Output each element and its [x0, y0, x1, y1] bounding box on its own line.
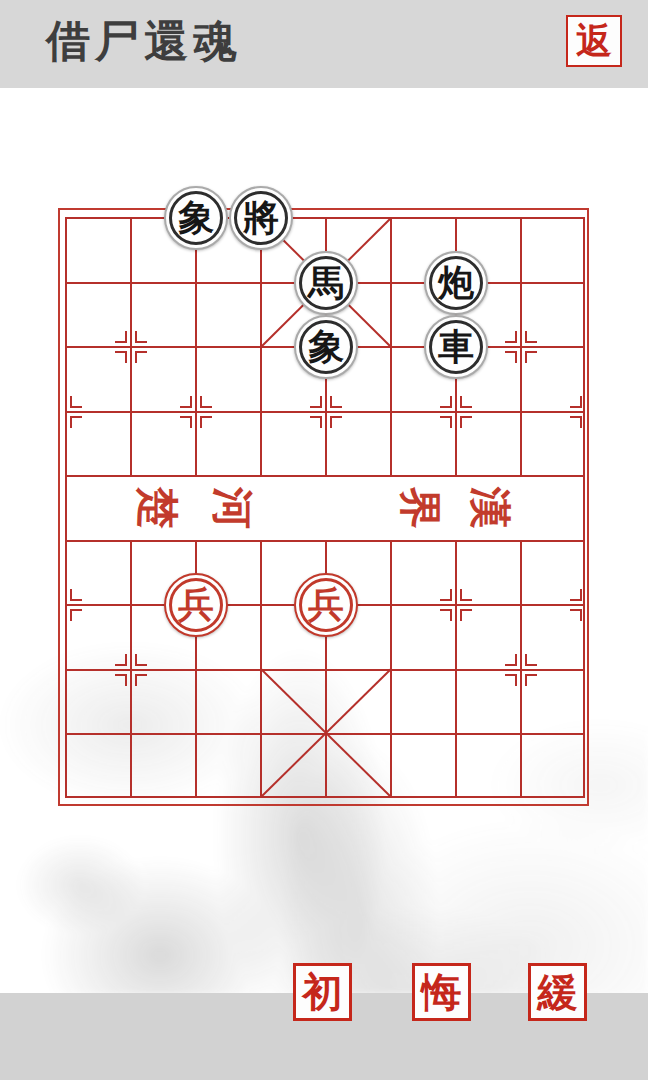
- board-cell: [65, 346, 130, 411]
- board-cell: [520, 669, 585, 734]
- board-cell: [65, 411, 130, 476]
- piece-character: 車: [438, 329, 474, 365]
- board-cell: [130, 282, 195, 347]
- board-cell: [520, 540, 585, 605]
- top-bar: 借尸還魂 返: [0, 0, 648, 88]
- board-cell: [390, 411, 455, 476]
- board-cell: [260, 411, 325, 476]
- board-cell: [65, 282, 130, 347]
- puzzle-title: 借尸還魂: [46, 12, 242, 72]
- board-cell: [195, 669, 260, 734]
- board-cell: [65, 475, 130, 540]
- piece-red-soldier[interactable]: 兵: [294, 573, 358, 637]
- board-cell: [390, 604, 455, 669]
- back-button[interactable]: 返: [566, 15, 622, 67]
- board-cell: [65, 669, 130, 734]
- piece-black-cannon[interactable]: 炮: [424, 251, 488, 315]
- board-cell: [520, 733, 585, 798]
- piece-black-elephant[interactable]: 象: [164, 186, 228, 250]
- piece-black-chariot[interactable]: 車: [424, 315, 488, 379]
- board-cell: [325, 475, 390, 540]
- board-cell: [390, 733, 455, 798]
- piece-character: 兵: [178, 587, 214, 623]
- piece-red-soldier[interactable]: 兵: [164, 573, 228, 637]
- board-cell: [520, 282, 585, 347]
- board-cell: [455, 540, 520, 605]
- board-cell: [455, 475, 520, 540]
- board-cell: [260, 669, 325, 734]
- piece-black-general[interactable]: 將: [229, 186, 293, 250]
- board-cell: [130, 733, 195, 798]
- board-cell: [325, 669, 390, 734]
- board-cell: [260, 733, 325, 798]
- board-cell: [520, 217, 585, 282]
- board-cell: [455, 604, 520, 669]
- board-cell: [65, 217, 130, 282]
- board-cell: [520, 346, 585, 411]
- piece-character: 將: [243, 200, 279, 236]
- piece-character: 馬: [308, 265, 344, 301]
- piece-black-elephant[interactable]: 象: [294, 315, 358, 379]
- board-cell: [130, 411, 195, 476]
- piece-character: 象: [308, 329, 344, 365]
- board-cell: [130, 346, 195, 411]
- board-cell: [520, 411, 585, 476]
- board-cell: [390, 669, 455, 734]
- board-cell: [390, 475, 455, 540]
- board-cell: [130, 475, 195, 540]
- piece-black-horse[interactable]: 馬: [294, 251, 358, 315]
- board-cell: [455, 733, 520, 798]
- board-cell: [65, 604, 130, 669]
- board-cell: [520, 604, 585, 669]
- piece-character: 象: [178, 200, 214, 236]
- board-cell: [260, 475, 325, 540]
- board-cell: [195, 475, 260, 540]
- restart-button[interactable]: 初: [293, 963, 352, 1021]
- board-cell: [455, 669, 520, 734]
- board-cell: [195, 733, 260, 798]
- piece-character: 炮: [438, 265, 474, 301]
- piece-character: 兵: [308, 587, 344, 623]
- board-cell: [130, 669, 195, 734]
- board-cell: [390, 540, 455, 605]
- board-cell: [325, 411, 390, 476]
- board-cell: [65, 733, 130, 798]
- board-cell: [325, 733, 390, 798]
- board-cell: [195, 346, 260, 411]
- board-cell: [195, 282, 260, 347]
- app-window: 借尸還魂 返 楚河界漢 象將馬炮象車兵兵 初 悔 緩: [0, 0, 648, 1080]
- hint-button[interactable]: 緩: [528, 963, 587, 1021]
- undo-button[interactable]: 悔: [412, 963, 471, 1021]
- board-cell: [195, 411, 260, 476]
- board-cell: [455, 411, 520, 476]
- board-cell: [65, 540, 130, 605]
- xiangqi-board[interactable]: 楚河界漢 象將馬炮象車兵兵: [58, 208, 589, 806]
- board-cell: [520, 475, 585, 540]
